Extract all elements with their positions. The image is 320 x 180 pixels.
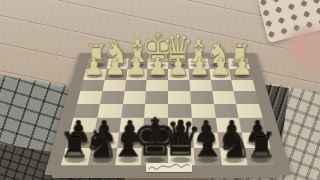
square-d2[interactable]: ♟ [168,69,189,80]
square-h5[interactable] [73,104,99,118]
square-e4[interactable] [145,91,168,104]
piece-shadow [85,74,105,79]
square-g5[interactable] [97,104,122,118]
piece-shadow [106,74,126,79]
piece-shadow [219,139,243,146]
black-pawn-e7: ♟ [142,117,168,146]
square-c1[interactable]: ♝ [188,59,209,69]
square-h6[interactable] [70,118,97,133]
piece-shadow [209,63,228,68]
square-a5[interactable] [236,104,262,118]
square-a2[interactable]: ♟ [229,69,252,80]
square-e3[interactable] [146,80,168,92]
square-g6[interactable] [94,118,120,133]
square-b1[interactable]: ♞ [208,59,230,69]
piece-shadow [89,156,114,164]
black-pawn-a7: ♟ [244,117,270,146]
square-d7[interactable]: ♟ [168,132,194,148]
square-e5[interactable] [144,104,168,118]
piece-shadow [63,156,89,164]
chess-photo-scene: ♜♞♝♚♛♝♞♜♟♟♟♟♟♟♟♟♟♟♟♟♟♟♟♟♜♞♝♚♛♝♞♜ [0,0,320,180]
black-pawn-d7: ♟ [168,117,194,146]
black-pawn-f7: ♟ [117,117,143,146]
square-f4[interactable] [123,91,147,104]
square-h2[interactable]: ♟ [83,69,106,80]
square-b5[interactable] [214,104,239,118]
square-d3[interactable] [168,80,190,92]
square-h1[interactable]: ♜ [86,59,108,69]
square-b3[interactable] [210,80,233,92]
square-g7[interactable]: ♟ [91,132,119,148]
square-b4[interactable] [212,91,236,104]
square-f5[interactable] [121,104,146,118]
square-h4[interactable] [77,91,102,104]
square-c3[interactable] [189,80,212,92]
square-a6[interactable] [239,118,266,133]
piece-shadow [149,63,167,68]
square-h8[interactable]: ♜ [61,148,91,165]
piece-shadow [67,139,91,146]
square-d5[interactable] [168,104,192,118]
square-h7[interactable]: ♟ [66,132,95,148]
piece-shadow [244,139,268,146]
square-b8[interactable]: ♞ [219,148,248,165]
square-c6[interactable] [192,118,218,133]
square-g3[interactable] [102,80,125,92]
square-c4[interactable] [190,91,214,104]
square-a4[interactable] [234,91,259,104]
piece-shadow [248,156,274,164]
piece-shadow [144,139,167,146]
piece-shadow [195,156,219,164]
black-pawn-h7: ♟ [66,117,92,146]
piece-shadow [87,63,106,68]
square-f8[interactable]: ♝ [115,148,143,165]
piece-shadow [231,74,251,79]
square-d4[interactable] [168,91,191,104]
blurred-hand [272,22,320,74]
black-pawn-g7: ♟ [91,117,117,146]
square-c8[interactable]: ♝ [194,148,222,165]
piece-shadow [190,74,209,79]
piece-shadow [211,74,231,79]
square-g8[interactable]: ♞ [88,148,117,165]
piece-shadow [128,63,147,68]
square-f2[interactable]: ♟ [126,69,148,80]
square-e7[interactable]: ♟ [142,132,168,148]
board-grid: ♜♞♝♚♛♝♞♜♟♟♟♟♟♟♟♟♟♟♟♟♟♟♟♟♜♞♝♚♛♝♞♜ [61,59,275,166]
piece-shadow [229,63,248,68]
piece-shadow [118,139,141,146]
square-g1[interactable]: ♞ [107,59,129,69]
piece-shadow [116,156,140,164]
piece-shadow [93,139,117,146]
square-d1[interactable]: ♛ [168,59,188,69]
square-a1[interactable]: ♜ [227,59,249,69]
square-e1[interactable]: ♚ [148,59,168,69]
square-f3[interactable] [124,80,147,92]
square-g4[interactable] [100,91,124,104]
piece-shadow [194,139,217,146]
chess-board: ♜♞♝♚♛♝♞♜♟♟♟♟♟♟♟♟♟♟♟♟♟♟♟♟♜♞♝♚♛♝♞♜ [44,53,292,175]
piece-shadow [127,74,146,79]
piece-shadow [169,139,192,146]
piece-shadow [108,63,127,68]
square-a7[interactable]: ♟ [242,132,271,148]
square-b2[interactable]: ♟ [209,69,232,80]
piece-shadow [189,63,208,68]
maker-signature-plaque [146,163,192,172]
piece-shadow [222,156,247,164]
square-g2[interactable]: ♟ [104,69,127,80]
piece-shadow [169,63,187,68]
square-d6[interactable] [168,118,193,133]
square-e6[interactable] [143,118,168,133]
piece-shadow [148,74,167,79]
square-f6[interactable] [119,118,145,133]
square-c7[interactable]: ♟ [193,132,220,148]
square-a3[interactable] [232,80,256,92]
square-b6[interactable] [215,118,241,133]
piece-shadow [169,74,188,79]
black-pawn-c7: ♟ [193,117,219,146]
square-a8[interactable]: ♜ [245,148,275,165]
maker-signature-icon [146,163,192,172]
square-c2[interactable]: ♟ [188,69,210,80]
square-f7[interactable]: ♟ [117,132,144,148]
square-b7[interactable]: ♟ [217,132,245,148]
square-e2[interactable]: ♟ [147,69,168,80]
square-h3[interactable] [80,80,104,92]
square-f1[interactable]: ♝ [127,59,148,69]
square-c5[interactable] [191,104,216,118]
